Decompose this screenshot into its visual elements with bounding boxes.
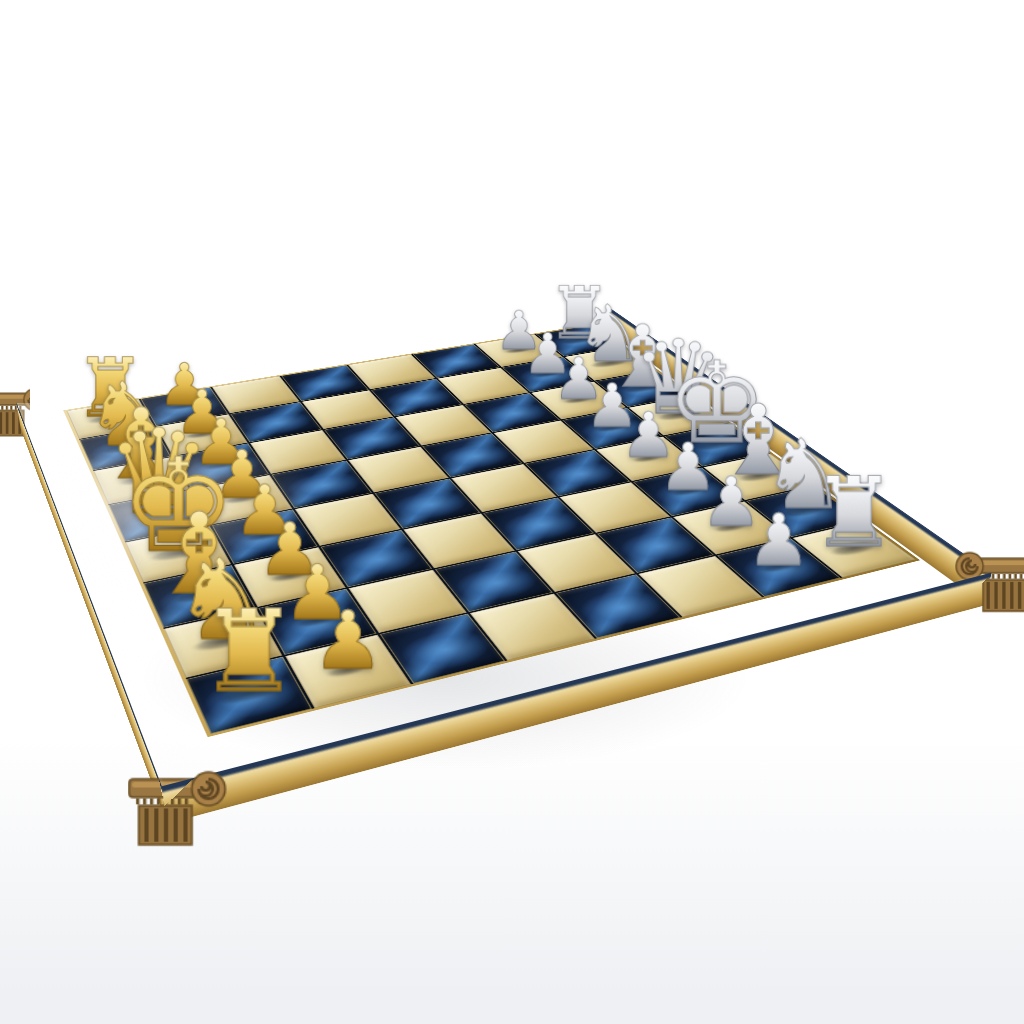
square-h5[interactable] — [470, 594, 595, 661]
square-g4[interactable] — [518, 534, 635, 592]
square-g5[interactable] — [435, 552, 553, 612]
square-g3[interactable] — [597, 517, 714, 572]
square-h4[interactable] — [556, 574, 681, 638]
gold-piece-glyph: ♟ — [311, 600, 383, 680]
square-h6[interactable] — [380, 614, 505, 684]
square-f4[interactable] — [483, 498, 594, 551]
square-e5[interactable] — [375, 479, 481, 529]
square-f3[interactable] — [559, 482, 670, 533]
square-h3[interactable] — [638, 556, 762, 617]
silver-piece-glyph: ♜ — [810, 465, 896, 561]
product-photo: ♜♟♞♟♝♟♛♟♚♟♝♟♟♞♜♟♟♜♞♟♟♝♟♛♟♚♟♝♟♞♟♜ — [0, 0, 1024, 1024]
silver-piece-glyph: ♟ — [746, 504, 810, 575]
photo-scene: ♜♟♞♟♝♟♛♟♚♟♝♟♟♞♜♟♟♜♞♟♟♝♟♛♟♚♟♝♟♞♟♜ — [0, 0, 1024, 1024]
square-f5[interactable] — [403, 513, 514, 568]
gold-piece-glyph: ♜ — [198, 596, 299, 709]
